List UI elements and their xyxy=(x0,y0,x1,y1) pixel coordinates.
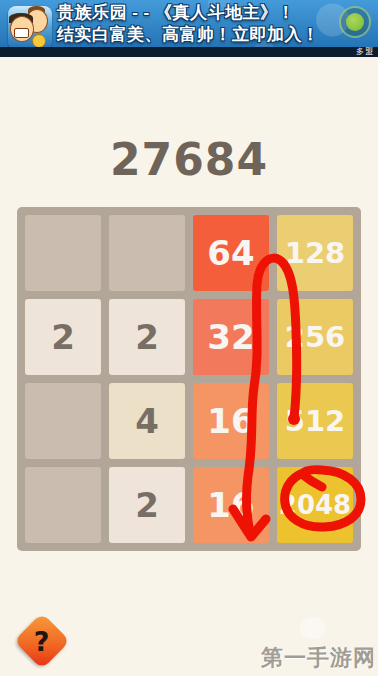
empty-cell-r1c2 xyxy=(109,215,185,291)
tile-16-r3c3: 16 xyxy=(193,383,269,459)
tile-16-r4c3: 16 xyxy=(193,467,269,543)
tile-2-r4c2: 2 xyxy=(109,467,185,543)
empty-cell-r4c1 xyxy=(25,467,101,543)
tile-128-r1c4: 128 xyxy=(277,215,353,291)
ad-line-2: 结实白富美、高富帅！立即加入！ xyxy=(57,24,320,46)
watermark-logo xyxy=(300,617,326,639)
score-display: 27684 xyxy=(0,134,378,185)
tile-2048-r4c4: 2048 xyxy=(277,467,353,543)
tile-32-r2c3: 32 xyxy=(193,299,269,375)
ad-banner[interactable]: 贵族乐园 - - 《真人斗地主》！ 结实白富美、高富帅！立即加入！ 多盟 xyxy=(0,0,378,57)
game-board[interactable]: 6412822322564165122162048 xyxy=(17,207,361,551)
tile-2-r2c1: 2 xyxy=(25,299,101,375)
ad-network-label: 多盟 xyxy=(356,47,374,56)
icon-decoration xyxy=(14,28,29,38)
ad-line-1: 贵族乐园 - - 《真人斗地主》！ xyxy=(57,2,320,24)
green-dot-icon xyxy=(346,13,364,31)
help-button[interactable]: ? xyxy=(14,613,71,670)
ad-text[interactable]: 贵族乐园 - - 《真人斗地主》！ 结实白富美、高富帅！立即加入！ xyxy=(57,2,320,46)
tile-2-r2c2: 2 xyxy=(109,299,185,375)
ad-app-icon[interactable] xyxy=(8,6,52,50)
ad-close-button[interactable] xyxy=(339,6,371,38)
empty-cell-r3c1 xyxy=(25,383,101,459)
empty-cell-r1c1 xyxy=(25,215,101,291)
ad-network-bar: 多盟 xyxy=(0,47,378,57)
tile-64-r1c3: 64 xyxy=(193,215,269,291)
screen: 贵族乐园 - - 《真人斗地主》！ 结实白富美、高富帅！立即加入！ 多盟 276… xyxy=(0,0,378,676)
tile-4-r3c2: 4 xyxy=(109,383,185,459)
coin-icon xyxy=(32,34,46,48)
tile-256-r2c4: 256 xyxy=(277,299,353,375)
watermark-text: 第一手游网 xyxy=(261,643,376,673)
tile-512-r3c4: 512 xyxy=(277,383,353,459)
help-button-label: ? xyxy=(34,625,50,656)
